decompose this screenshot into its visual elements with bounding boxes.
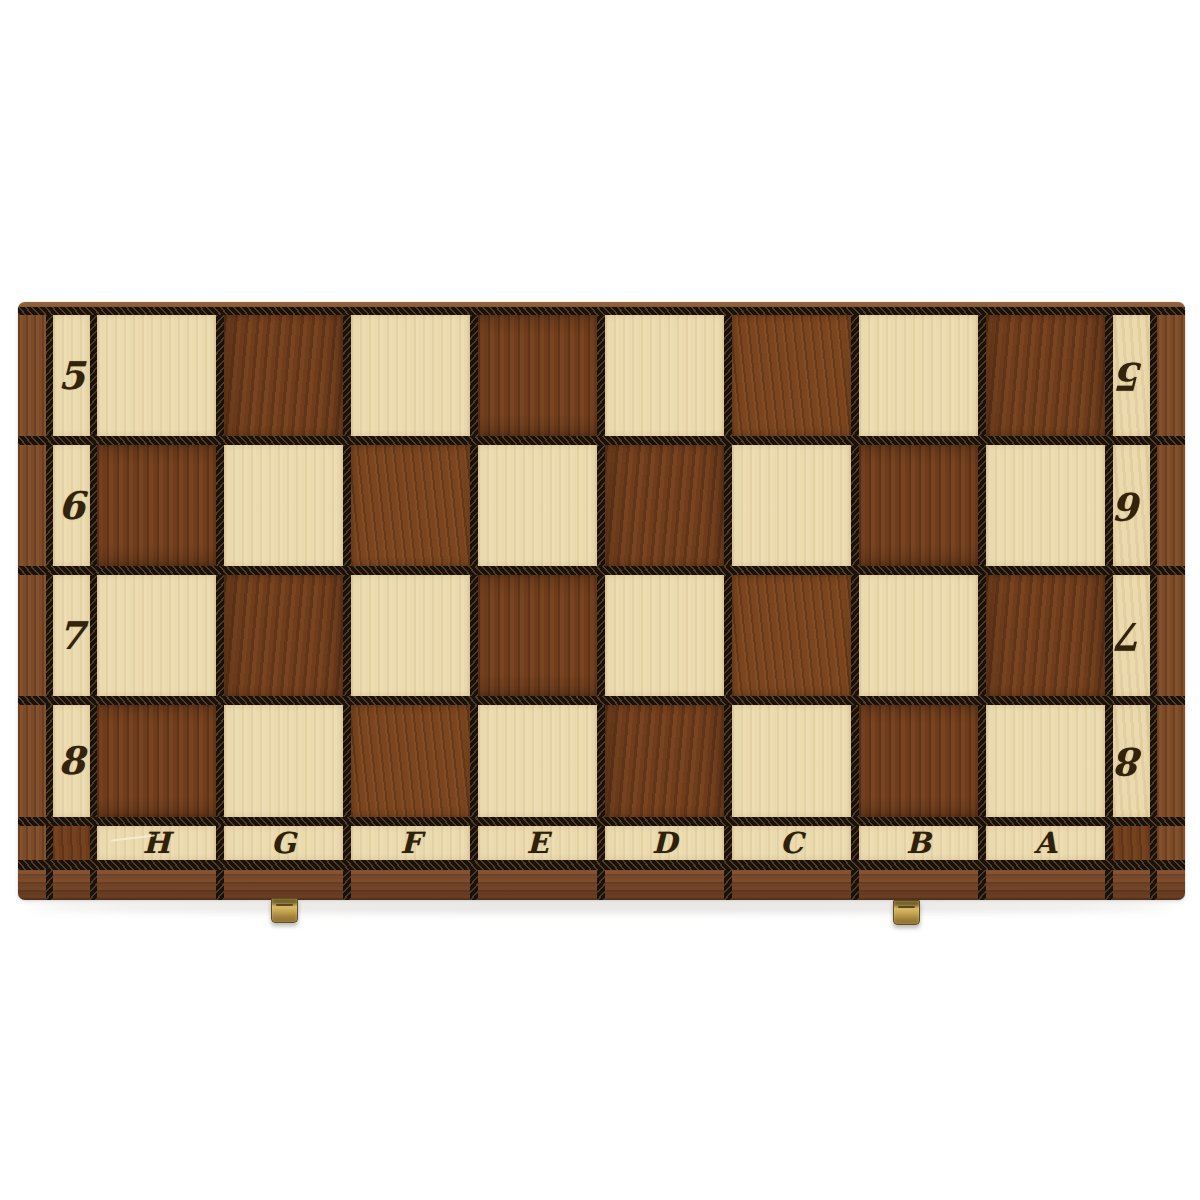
- rank-label-left-6: 6: [58, 487, 84, 525]
- square-h5: [97, 315, 216, 436]
- groove-line: [90, 826, 97, 860]
- groove-line: [46, 705, 53, 817]
- square-d5: [605, 315, 724, 436]
- frame-side: [1157, 705, 1185, 817]
- drop-shadow: [30, 903, 1170, 912]
- groove-line: [90, 705, 97, 817]
- rank-row-6: 66: [18, 445, 1185, 566]
- letter-row-filler: [1113, 826, 1150, 860]
- square-d6: [605, 445, 724, 566]
- groove-line: [1150, 445, 1157, 566]
- square-e8: [478, 705, 597, 817]
- square-c7: [732, 575, 851, 696]
- groove-line: [1105, 870, 1113, 900]
- groove-line: [46, 575, 53, 696]
- file-label-row: HGFEDCBA: [18, 826, 1185, 860]
- file-label-d: D: [652, 829, 677, 858]
- groove-line: [724, 315, 732, 436]
- groove-line: [18, 566, 1185, 575]
- frame-side: [18, 705, 46, 817]
- brass-clasp-right: [893, 900, 920, 925]
- square-h7: [97, 575, 216, 696]
- groove-line: [1105, 826, 1113, 860]
- rank-label-left-5: 5: [58, 357, 84, 395]
- file-label-cell-f: F: [351, 826, 470, 860]
- groove-line: [343, 705, 351, 817]
- groove-line: [1150, 315, 1157, 436]
- groove-line: [18, 696, 1185, 705]
- square-a8: [986, 705, 1105, 817]
- square-a5: [986, 315, 1105, 436]
- frame-bottom-segment: [605, 870, 724, 900]
- groove-line: [470, 575, 478, 696]
- square-d7: [605, 575, 724, 696]
- file-label-b: B: [906, 829, 931, 858]
- frame-bottom-segment: [53, 870, 90, 900]
- frame-side: [18, 315, 46, 436]
- frame-side: [1157, 826, 1185, 860]
- groove-line: [216, 315, 224, 436]
- frame-bottom-segment: [224, 870, 343, 900]
- groove-line: [216, 826, 224, 860]
- square-c8: [732, 705, 851, 817]
- rank-row-7: 77: [18, 575, 1185, 696]
- groove-line: [597, 445, 605, 566]
- groove-line: [597, 826, 605, 860]
- groove-line: [978, 870, 986, 900]
- groove-line: [90, 870, 97, 900]
- groove-line: [343, 826, 351, 860]
- file-label-cell-h: H: [97, 826, 216, 860]
- groove-line: [724, 826, 732, 860]
- rank-label-cell-left-7: 7: [53, 575, 90, 696]
- rank-label-right-8: 8: [1118, 742, 1144, 780]
- square-b6: [859, 445, 978, 566]
- frame-bottom-segment: [1157, 870, 1185, 900]
- box-bottom-strip: [18, 870, 1185, 900]
- groove-line: [1150, 870, 1157, 900]
- file-label-cell-b: B: [859, 826, 978, 860]
- frame-side: [1157, 445, 1185, 566]
- square-b5: [859, 315, 978, 436]
- groove-line: [851, 705, 859, 817]
- square-g5: [224, 315, 343, 436]
- frame-bottom-segment: [478, 870, 597, 900]
- square-c6: [732, 445, 851, 566]
- letter-row-filler: [53, 826, 90, 860]
- rank-label-cell-right-7: 7: [1113, 575, 1150, 696]
- brass-clasp-left: [271, 898, 298, 923]
- groove-line: [851, 445, 859, 566]
- frame-bottom-segment: [732, 870, 851, 900]
- groove-line: [18, 436, 1185, 445]
- frame-side: [18, 445, 46, 566]
- file-label-e: E: [526, 829, 548, 858]
- square-g6: [224, 445, 343, 566]
- groove-line: [978, 445, 986, 566]
- groove-line: [18, 860, 1185, 870]
- rank-label-right-7: 7: [1118, 617, 1144, 655]
- rank-label-cell-left-8: 8: [53, 705, 90, 817]
- square-c5: [732, 315, 851, 436]
- groove-line: [90, 575, 97, 696]
- square-f6: [351, 445, 470, 566]
- box-top-edge: [18, 302, 1185, 315]
- groove-line: [597, 575, 605, 696]
- file-label-a: A: [1034, 829, 1057, 858]
- rank-label-right-6: 6: [1118, 487, 1144, 525]
- groove-line: [978, 315, 986, 436]
- file-label-cell-d: D: [605, 826, 724, 860]
- file-label-cell-e: E: [478, 826, 597, 860]
- groove-line: [216, 445, 224, 566]
- groove-line: [343, 870, 351, 900]
- file-label-h: H: [143, 829, 170, 858]
- groove-line: [216, 705, 224, 817]
- groove-line: [597, 705, 605, 817]
- groove-line: [978, 705, 986, 817]
- groove-line: [978, 575, 986, 696]
- rank-label-cell-right-8: 8: [1113, 705, 1150, 817]
- file-label-cell-c: C: [732, 826, 851, 860]
- square-h6: [97, 445, 216, 566]
- groove-line: [1105, 575, 1113, 696]
- photo-background: 55667788HGFEDCBA: [0, 0, 1200, 1200]
- groove-line: [216, 575, 224, 696]
- groove-line: [470, 705, 478, 817]
- groove-line: [343, 315, 351, 436]
- frame-side: [18, 826, 46, 860]
- rank-row-5: 55: [18, 315, 1185, 436]
- square-f5: [351, 315, 470, 436]
- frame-side: [1157, 575, 1185, 696]
- groove-line: [90, 445, 97, 566]
- groove-line: [1150, 575, 1157, 696]
- frame-side: [18, 575, 46, 696]
- square-g7: [224, 575, 343, 696]
- groove-line: [1150, 705, 1157, 817]
- groove-line: [470, 445, 478, 566]
- frame-bottom-segment: [97, 870, 216, 900]
- file-label-g: G: [271, 829, 296, 858]
- rank-label-cell-left-5: 5: [53, 315, 90, 436]
- groove-line: [46, 445, 53, 566]
- frame-bottom-segment: [986, 870, 1105, 900]
- frame-bottom-segment: [859, 870, 978, 900]
- frame-bottom-segment: [18, 870, 46, 900]
- groove-line: [1105, 445, 1113, 566]
- groove-line: [46, 826, 53, 860]
- groove-line: [597, 870, 605, 900]
- groove-line: [1105, 315, 1113, 436]
- groove-line: [216, 870, 224, 900]
- square-b8: [859, 705, 978, 817]
- groove-line: [470, 870, 478, 900]
- groove-line: [470, 315, 478, 436]
- file-label-cell-a: A: [986, 826, 1105, 860]
- square-e6: [478, 445, 597, 566]
- groove-line: [724, 870, 732, 900]
- groove-line: [851, 315, 859, 436]
- square-f8: [351, 705, 470, 817]
- square-f7: [351, 575, 470, 696]
- square-a6: [986, 445, 1105, 566]
- square-e5: [478, 315, 597, 436]
- frame-bottom-segment: [1113, 870, 1150, 900]
- groove-line: [597, 315, 605, 436]
- groove-line: [978, 826, 986, 860]
- groove-line: [851, 826, 859, 860]
- groove-line: [1105, 705, 1113, 817]
- rank-row-8: 88: [18, 705, 1185, 817]
- groove-line: [724, 445, 732, 566]
- groove-line: [343, 575, 351, 696]
- rank-label-cell-right-6: 6: [1113, 445, 1150, 566]
- square-d8: [605, 705, 724, 817]
- square-h8: [97, 705, 216, 817]
- groove-line: [470, 826, 478, 860]
- groove-line: [1150, 826, 1157, 860]
- groove-line: [90, 315, 97, 436]
- frame-bottom-segment: [351, 870, 470, 900]
- file-label-c: C: [780, 829, 803, 858]
- file-label-f: F: [400, 829, 421, 858]
- frame-side: [1157, 315, 1185, 436]
- groove-line: [46, 315, 53, 436]
- groove-line: [46, 870, 53, 900]
- rank-label-left-8: 8: [58, 742, 84, 780]
- rank-label-cell-right-5: 5: [1113, 315, 1150, 436]
- groove-line: [851, 575, 859, 696]
- groove-line: [851, 870, 859, 900]
- groove-line: [18, 817, 1185, 826]
- square-e7: [478, 575, 597, 696]
- groove-line: [724, 575, 732, 696]
- chess-box-lid: 55667788HGFEDCBA: [18, 302, 1185, 900]
- file-label-cell-g: G: [224, 826, 343, 860]
- groove-line: [343, 445, 351, 566]
- square-b7: [859, 575, 978, 696]
- groove-line: [724, 705, 732, 817]
- square-a7: [986, 575, 1105, 696]
- rank-label-cell-left-6: 6: [53, 445, 90, 566]
- rank-label-right-5: 5: [1118, 357, 1144, 395]
- rank-label-left-7: 7: [58, 617, 84, 655]
- square-g8: [224, 705, 343, 817]
